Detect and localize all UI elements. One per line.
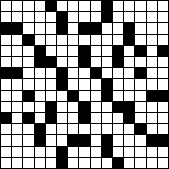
white-cell[interactable] [35, 113, 45, 123]
white-cell[interactable] [158, 12, 168, 22]
white-cell[interactable] [91, 12, 101, 22]
white-cell[interactable] [46, 158, 56, 168]
white-cell[interactable] [23, 135, 33, 145]
white-cell[interactable] [147, 113, 157, 123]
white-cell[interactable] [12, 46, 22, 56]
black-cell [35, 135, 45, 145]
white-cell[interactable] [23, 124, 33, 134]
white-cell[interactable] [135, 135, 145, 145]
white-cell[interactable] [35, 158, 45, 168]
white-cell[interactable] [102, 113, 112, 123]
crossword-page [0, 0, 169, 169]
white-cell[interactable] [1, 135, 11, 145]
white-cell[interactable] [23, 79, 33, 89]
white-cell[interactable] [68, 35, 78, 45]
white-cell[interactable] [91, 35, 101, 45]
black-cell [46, 102, 56, 112]
white-cell[interactable] [124, 135, 134, 145]
white-cell[interactable] [102, 102, 112, 112]
white-cell[interactable] [1, 12, 11, 22]
white-cell[interactable] [135, 35, 145, 45]
white-cell[interactable] [35, 68, 45, 78]
black-cell [91, 23, 101, 33]
white-cell[interactable] [113, 124, 123, 134]
white-cell[interactable] [23, 102, 33, 112]
black-cell [46, 113, 56, 123]
white-cell[interactable] [79, 79, 89, 89]
white-cell[interactable] [12, 102, 22, 112]
black-cell [35, 124, 45, 134]
white-cell[interactable] [23, 158, 33, 168]
white-cell[interactable] [135, 113, 145, 123]
black-cell [158, 135, 168, 145]
white-cell[interactable] [23, 46, 33, 56]
black-cell [57, 147, 67, 157]
white-cell[interactable] [91, 1, 101, 11]
white-cell[interactable] [46, 135, 56, 145]
white-cell[interactable] [102, 158, 112, 168]
white-cell[interactable] [147, 102, 157, 112]
white-cell[interactable] [113, 91, 123, 101]
white-cell[interactable] [102, 57, 112, 67]
white-cell[interactable] [35, 23, 45, 33]
white-cell[interactable] [102, 35, 112, 45]
white-cell[interactable] [158, 68, 168, 78]
white-cell[interactable] [68, 113, 78, 123]
white-cell[interactable] [135, 1, 145, 11]
white-cell[interactable] [113, 147, 123, 157]
white-cell[interactable] [147, 35, 157, 45]
white-cell[interactable] [79, 68, 89, 78]
white-cell[interactable] [147, 1, 157, 11]
white-cell[interactable] [57, 1, 67, 11]
white-cell[interactable] [35, 35, 45, 45]
black-cell [1, 113, 11, 123]
white-cell[interactable] [23, 1, 33, 11]
white-cell[interactable] [68, 158, 78, 168]
black-cell [135, 46, 145, 56]
white-cell[interactable] [35, 79, 45, 89]
white-cell[interactable] [135, 147, 145, 157]
white-cell[interactable] [57, 124, 67, 134]
white-cell[interactable] [35, 147, 45, 157]
white-cell[interactable] [12, 124, 22, 134]
white-cell[interactable] [57, 57, 67, 67]
black-cell [102, 79, 112, 89]
white-cell[interactable] [124, 12, 134, 22]
white-cell[interactable] [57, 46, 67, 56]
black-cell [57, 158, 67, 168]
white-cell[interactable] [158, 124, 168, 134]
white-cell[interactable] [135, 57, 145, 67]
black-cell [57, 23, 67, 33]
black-cell [79, 102, 89, 112]
white-cell[interactable] [124, 57, 134, 67]
white-cell[interactable] [12, 57, 22, 67]
white-cell[interactable] [158, 102, 168, 112]
white-cell[interactable] [135, 12, 145, 22]
white-cell[interactable] [68, 124, 78, 134]
black-cell [35, 57, 45, 67]
white-cell[interactable] [124, 147, 134, 157]
white-cell[interactable] [68, 23, 78, 33]
white-cell[interactable] [57, 91, 67, 101]
white-cell[interactable] [68, 79, 78, 89]
black-cell [79, 113, 89, 123]
white-cell[interactable] [158, 147, 168, 157]
white-cell[interactable] [68, 57, 78, 67]
black-cell [46, 57, 56, 67]
black-cell [12, 23, 22, 33]
white-cell[interactable] [135, 158, 145, 168]
black-cell [91, 68, 101, 78]
white-cell[interactable] [147, 147, 157, 157]
white-cell[interactable] [1, 147, 11, 157]
white-cell[interactable] [147, 57, 157, 67]
white-cell[interactable] [147, 79, 157, 89]
black-cell [79, 23, 89, 33]
white-cell[interactable] [57, 102, 67, 112]
black-cell [158, 91, 168, 101]
white-cell[interactable] [79, 12, 89, 22]
white-cell[interactable] [46, 35, 56, 45]
white-cell[interactable] [68, 68, 78, 78]
white-cell[interactable] [57, 135, 67, 145]
white-cell[interactable] [158, 57, 168, 67]
white-cell[interactable] [158, 23, 168, 33]
white-cell[interactable] [124, 1, 134, 11]
black-cell [68, 91, 78, 101]
white-cell[interactable] [102, 124, 112, 134]
black-cell [102, 135, 112, 145]
white-cell[interactable] [135, 23, 145, 33]
black-cell [79, 46, 89, 56]
white-cell[interactable] [57, 35, 67, 45]
black-cell [124, 35, 134, 45]
white-cell[interactable] [12, 91, 22, 101]
black-cell [68, 135, 78, 145]
white-cell[interactable] [124, 158, 134, 168]
white-cell[interactable] [102, 68, 112, 78]
white-cell[interactable] [35, 91, 45, 101]
black-cell [113, 102, 123, 112]
white-cell[interactable] [91, 124, 101, 134]
black-cell [46, 1, 56, 11]
white-cell[interactable] [68, 46, 78, 56]
white-cell[interactable] [1, 79, 11, 89]
white-cell[interactable] [46, 23, 56, 33]
white-cell[interactable] [57, 113, 67, 123]
white-cell[interactable] [46, 12, 56, 22]
white-cell[interactable] [12, 1, 22, 11]
black-cell [113, 46, 123, 56]
white-cell[interactable] [158, 158, 168, 168]
white-cell[interactable] [158, 1, 168, 11]
black-cell [124, 113, 134, 123]
black-cell [102, 147, 112, 157]
black-cell [57, 68, 67, 78]
white-cell[interactable] [113, 1, 123, 11]
white-cell[interactable] [124, 124, 134, 134]
white-cell[interactable] [46, 46, 56, 56]
white-cell[interactable] [113, 23, 123, 33]
white-cell[interactable] [12, 158, 22, 168]
white-cell[interactable] [23, 68, 33, 78]
white-cell[interactable] [147, 12, 157, 22]
black-cell [23, 91, 33, 101]
white-cell[interactable] [113, 113, 123, 123]
white-cell[interactable] [79, 91, 89, 101]
white-cell[interactable] [102, 23, 112, 33]
white-cell[interactable] [91, 57, 101, 67]
white-cell[interactable] [135, 79, 145, 89]
black-cell [124, 23, 134, 33]
white-cell[interactable] [68, 1, 78, 11]
black-cell [102, 12, 112, 22]
white-cell[interactable] [113, 35, 123, 45]
white-cell[interactable] [68, 102, 78, 112]
white-cell[interactable] [1, 1, 11, 11]
white-cell[interactable] [79, 124, 89, 134]
white-cell[interactable] [91, 147, 101, 157]
black-cell [113, 57, 123, 67]
white-cell[interactable] [124, 46, 134, 56]
white-cell[interactable] [35, 1, 45, 11]
white-cell[interactable] [135, 102, 145, 112]
white-cell[interactable] [102, 46, 112, 56]
white-cell[interactable] [147, 46, 157, 56]
white-cell[interactable] [91, 46, 101, 56]
black-cell [147, 135, 157, 145]
white-cell[interactable] [147, 23, 157, 33]
black-cell [23, 35, 33, 45]
black-cell [12, 68, 22, 78]
white-cell[interactable] [113, 68, 123, 78]
white-cell[interactable] [124, 79, 134, 89]
white-cell[interactable] [23, 147, 33, 157]
white-cell[interactable] [46, 68, 56, 78]
black-cell [102, 1, 112, 11]
crossword-grid [0, 0, 169, 169]
black-cell [79, 57, 89, 67]
white-cell[interactable] [23, 12, 33, 22]
white-cell[interactable] [79, 1, 89, 11]
white-cell[interactable] [23, 23, 33, 33]
white-cell[interactable] [124, 91, 134, 101]
black-cell [102, 91, 112, 101]
white-cell[interactable] [79, 147, 89, 157]
white-cell[interactable] [113, 79, 123, 89]
black-cell [57, 12, 67, 22]
white-cell[interactable] [158, 79, 168, 89]
white-cell[interactable] [12, 147, 22, 157]
black-cell [79, 135, 89, 145]
white-cell[interactable] [46, 79, 56, 89]
white-cell[interactable] [158, 35, 168, 45]
white-cell[interactable] [46, 91, 56, 101]
white-cell[interactable] [35, 12, 45, 22]
white-cell[interactable] [91, 113, 101, 123]
black-cell [23, 113, 33, 123]
white-cell[interactable] [12, 135, 22, 145]
white-cell[interactable] [1, 91, 11, 101]
white-cell[interactable] [23, 57, 33, 67]
white-cell[interactable] [46, 147, 56, 157]
white-cell[interactable] [91, 102, 101, 112]
white-cell[interactable] [91, 91, 101, 101]
white-cell[interactable] [135, 91, 145, 101]
white-cell[interactable] [79, 158, 89, 168]
white-cell[interactable] [124, 68, 134, 78]
white-cell[interactable] [91, 135, 101, 145]
black-cell [1, 68, 11, 78]
black-cell [147, 91, 157, 101]
white-cell[interactable] [1, 46, 11, 56]
white-cell[interactable] [1, 158, 11, 168]
white-cell[interactable] [1, 57, 11, 67]
white-cell[interactable] [68, 12, 78, 22]
white-cell[interactable] [147, 158, 157, 168]
white-cell[interactable] [158, 113, 168, 123]
white-cell[interactable] [113, 135, 123, 145]
black-cell [158, 46, 168, 56]
white-cell[interactable] [1, 124, 11, 134]
white-cell[interactable] [113, 12, 123, 22]
white-cell[interactable] [68, 147, 78, 157]
black-cell [113, 158, 123, 168]
black-cell [135, 124, 145, 134]
white-cell[interactable] [12, 79, 22, 89]
white-cell[interactable] [12, 35, 22, 45]
white-cell[interactable] [79, 35, 89, 45]
white-cell[interactable] [1, 102, 11, 112]
white-cell[interactable] [1, 35, 11, 45]
white-cell[interactable] [35, 102, 45, 112]
black-cell [57, 79, 67, 89]
white-cell[interactable] [12, 113, 22, 123]
black-cell [135, 68, 145, 78]
white-cell[interactable] [91, 158, 101, 168]
white-cell[interactable] [147, 124, 157, 134]
white-cell[interactable] [91, 79, 101, 89]
black-cell [1, 23, 11, 33]
white-cell[interactable] [12, 12, 22, 22]
white-cell[interactable] [147, 68, 157, 78]
white-cell[interactable] [46, 124, 56, 134]
black-cell [124, 102, 134, 112]
black-cell [35, 46, 45, 56]
